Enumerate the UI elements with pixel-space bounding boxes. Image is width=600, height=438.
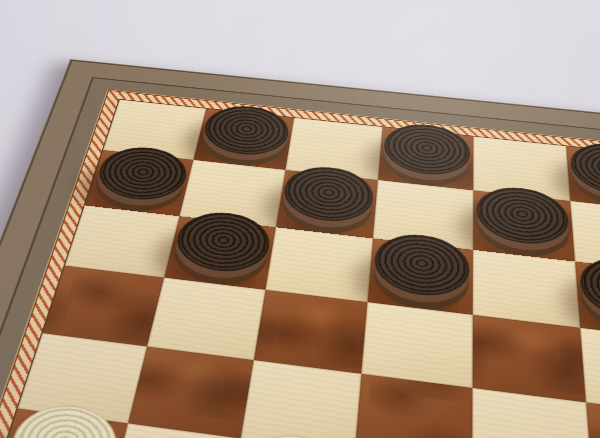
board-square[interactable] [65,205,179,278]
dark-checker-piece[interactable] [578,253,600,326]
dark-checker-piece[interactable] [568,139,600,199]
board-square[interactable] [147,278,265,360]
board-square[interactable] [240,360,362,438]
board-square[interactable] [128,346,253,438]
board-square[interactable] [586,402,600,438]
checkers-board [0,59,600,438]
photo-background [0,0,600,438]
board-square[interactable] [42,266,163,347]
